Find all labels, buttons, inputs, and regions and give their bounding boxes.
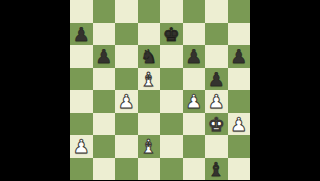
- square-g8[interactable]: [205, 0, 228, 23]
- square-f8[interactable]: [183, 0, 206, 23]
- square-b7[interactable]: [93, 23, 116, 46]
- square-d3[interactable]: [138, 113, 161, 136]
- square-e5[interactable]: [160, 68, 183, 91]
- letterbox-right: [250, 0, 320, 180]
- square-a3[interactable]: [70, 113, 93, 136]
- square-b8[interactable]: [93, 0, 116, 23]
- black-pawn: ♟: [230, 45, 247, 68]
- square-b2[interactable]: [93, 135, 116, 158]
- square-d5[interactable]: ♝: [138, 68, 161, 91]
- square-a4[interactable]: [70, 90, 93, 113]
- square-e4[interactable]: [160, 90, 183, 113]
- square-c4[interactable]: ♟: [115, 90, 138, 113]
- white-bishop: ♝: [140, 68, 157, 91]
- white-pawn: ♟: [185, 90, 202, 113]
- black-pawn: ♟: [185, 45, 202, 68]
- square-f3[interactable]: [183, 113, 206, 136]
- square-e1[interactable]: [160, 158, 183, 181]
- square-c7[interactable]: [115, 23, 138, 46]
- square-c2[interactable]: [115, 135, 138, 158]
- square-b5[interactable]: [93, 68, 116, 91]
- square-b4[interactable]: [93, 90, 116, 113]
- square-g2[interactable]: [205, 135, 228, 158]
- square-b3[interactable]: [93, 113, 116, 136]
- square-h7[interactable]: [228, 23, 251, 46]
- chess-board: ♟♚♟♞♟♟♝♟♟♟♟♚♟♟♝♝: [70, 0, 250, 180]
- square-c1[interactable]: [115, 158, 138, 181]
- white-pawn: ♟: [230, 113, 247, 136]
- square-d4[interactable]: [138, 90, 161, 113]
- square-h5[interactable]: [228, 68, 251, 91]
- square-h8[interactable]: [228, 0, 251, 23]
- square-e2[interactable]: [160, 135, 183, 158]
- black-pawn: ♟: [73, 23, 90, 46]
- black-pawn: ♟: [208, 68, 225, 91]
- square-h6[interactable]: ♟: [228, 45, 251, 68]
- square-c6[interactable]: [115, 45, 138, 68]
- square-f4[interactable]: ♟: [183, 90, 206, 113]
- square-g3[interactable]: ♚: [205, 113, 228, 136]
- square-a5[interactable]: [70, 68, 93, 91]
- black-king: ♚: [163, 23, 180, 46]
- white-pawn: ♟: [208, 90, 225, 113]
- square-h2[interactable]: [228, 135, 251, 158]
- black-bishop: ♝: [208, 158, 225, 181]
- black-knight: ♞: [140, 45, 157, 68]
- letterbox-left: [0, 0, 70, 180]
- square-e6[interactable]: [160, 45, 183, 68]
- square-c8[interactable]: [115, 0, 138, 23]
- square-f7[interactable]: [183, 23, 206, 46]
- square-c3[interactable]: [115, 113, 138, 136]
- white-pawn: ♟: [73, 135, 90, 158]
- square-a8[interactable]: [70, 0, 93, 23]
- square-b6[interactable]: ♟: [93, 45, 116, 68]
- square-g1[interactable]: ♝: [205, 158, 228, 181]
- square-d2[interactable]: ♝: [138, 135, 161, 158]
- square-f6[interactable]: ♟: [183, 45, 206, 68]
- square-b1[interactable]: [93, 158, 116, 181]
- square-e7[interactable]: ♚: [160, 23, 183, 46]
- square-a2[interactable]: ♟: [70, 135, 93, 158]
- square-d7[interactable]: [138, 23, 161, 46]
- square-d6[interactable]: ♞: [138, 45, 161, 68]
- white-bishop: ♝: [140, 135, 157, 158]
- square-g4[interactable]: ♟: [205, 90, 228, 113]
- square-e8[interactable]: [160, 0, 183, 23]
- square-e3[interactable]: [160, 113, 183, 136]
- square-h1[interactable]: [228, 158, 251, 181]
- square-f5[interactable]: [183, 68, 206, 91]
- square-g5[interactable]: ♟: [205, 68, 228, 91]
- square-h4[interactable]: [228, 90, 251, 113]
- chess-app-screen: ♟♚♟♞♟♟♝♟♟♟♟♚♟♟♝♝: [0, 0, 320, 180]
- white-king: ♚: [208, 113, 225, 136]
- square-h3[interactable]: ♟: [228, 113, 251, 136]
- square-a6[interactable]: [70, 45, 93, 68]
- square-a1[interactable]: [70, 158, 93, 181]
- square-a7[interactable]: ♟: [70, 23, 93, 46]
- square-g6[interactable]: [205, 45, 228, 68]
- square-d1[interactable]: [138, 158, 161, 181]
- square-g7[interactable]: [205, 23, 228, 46]
- square-c5[interactable]: [115, 68, 138, 91]
- square-f2[interactable]: [183, 135, 206, 158]
- white-pawn: ♟: [118, 90, 135, 113]
- square-f1[interactable]: [183, 158, 206, 181]
- black-pawn: ♟: [95, 45, 112, 68]
- square-d8[interactable]: [138, 0, 161, 23]
